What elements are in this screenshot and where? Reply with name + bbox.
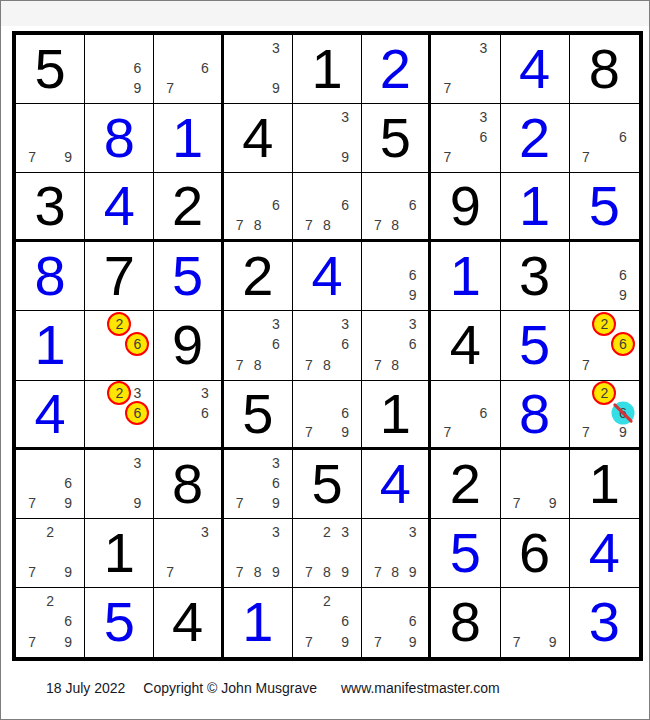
- given-digit: 2: [154, 173, 220, 239]
- candidate-6-circled: 6: [614, 334, 632, 354]
- cell-r5c3[interactable]: 9: [154, 311, 223, 380]
- candidate-slot-8: [387, 285, 404, 305]
- candidate-slot-3: [404, 176, 421, 195]
- cell-r3c3[interactable]: 2: [154, 173, 223, 242]
- candidate-slot-3: [59, 107, 77, 127]
- solved-digit: 4: [570, 519, 639, 587]
- candidate-slot-8: [41, 147, 59, 167]
- candidate-slot-1: [369, 176, 386, 195]
- cell-r7c8[interactable]: 79: [501, 450, 570, 519]
- cell-r4c4[interactable]: 2: [224, 242, 293, 311]
- candidate-8: 8: [387, 215, 404, 234]
- given-digit: 6: [501, 519, 569, 587]
- cell-r1c1[interactable]: 5: [16, 35, 85, 104]
- cell-r1c5[interactable]: 1: [293, 35, 362, 104]
- candidate-slot-3: [267, 176, 285, 195]
- candidate-slot-2: [526, 453, 544, 473]
- candidate-9: 9: [614, 422, 632, 441]
- given-digit: 8: [570, 35, 639, 103]
- candidate-7: 7: [300, 562, 318, 582]
- candidate-grid: 79: [16, 104, 84, 172]
- solved-digit: 1: [224, 588, 292, 657]
- candidate-slot-3: [336, 591, 354, 611]
- candidate-grid: 67: [431, 381, 499, 447]
- candidate-slot-9: [196, 422, 213, 441]
- candidate-slot-1: [508, 453, 526, 473]
- candidate-slot-3: [59, 453, 77, 473]
- candidate-slot-8: [110, 493, 128, 513]
- candidate-9: 9: [404, 285, 421, 305]
- candidate-slot-4: [369, 542, 386, 562]
- candidate-slot-1: [231, 176, 249, 195]
- candidate-6: 6: [267, 334, 285, 354]
- candidate-slot-9: [267, 215, 285, 234]
- cell-r6c8[interactable]: 8: [501, 381, 570, 450]
- cell-r6c5[interactable]: 679: [293, 381, 362, 450]
- candidate-slot-1: [23, 107, 41, 127]
- cell-r7c6[interactable]: 4: [362, 450, 431, 519]
- candidate-slot-7: [300, 147, 318, 167]
- candidate-3: 3: [128, 453, 146, 473]
- candidate-slot-6: [59, 542, 77, 562]
- candidate-slot-2: [41, 453, 59, 473]
- candidate-slot-5: [41, 127, 59, 147]
- candidate-3: 3: [336, 522, 354, 542]
- cell-r7c2[interactable]: 39: [85, 450, 154, 519]
- candidate-slot-4: [92, 473, 110, 493]
- footer-copyright: Copyright © John Musgrave: [143, 680, 317, 696]
- solved-digit: 1: [154, 104, 220, 172]
- candidate-slot-4: [92, 403, 110, 422]
- candidate-2: 2: [41, 522, 59, 542]
- candidate-9: 9: [267, 493, 285, 513]
- candidate-grid: 678: [293, 173, 361, 239]
- cell-r4c2[interactable]: 7: [85, 242, 154, 311]
- cell-r5c2[interactable]: 26: [85, 311, 154, 380]
- candidate-7: 7: [369, 562, 386, 582]
- candidate-slot-6: [336, 127, 354, 147]
- cell-r9c7[interactable]: 8: [431, 588, 500, 657]
- cell-r3c1[interactable]: 3: [16, 173, 85, 242]
- candidate-slot-3: [128, 314, 146, 334]
- solved-digit: 5: [431, 519, 499, 587]
- candidate-8: 8: [249, 215, 267, 234]
- given-digit: 2: [431, 450, 499, 518]
- candidate-slot-4: [508, 611, 526, 631]
- candidate-9: 9: [128, 78, 146, 98]
- candidate-grid: 3679: [224, 450, 292, 518]
- cell-r2c8[interactable]: 2: [501, 104, 570, 173]
- candidate-7: 7: [300, 215, 318, 234]
- cell-r2c5[interactable]: 39: [293, 104, 362, 173]
- candidate-9: 9: [404, 562, 421, 582]
- cell-r1c7[interactable]: 37: [431, 35, 500, 104]
- candidate-slot-4: [231, 58, 249, 78]
- candidate-slot-3: [404, 245, 421, 265]
- cell-r1c8[interactable]: 4: [501, 35, 570, 104]
- given-digit: 5: [224, 381, 292, 447]
- candidate-slot-1: [300, 314, 318, 334]
- cell-r7c9[interactable]: 1: [570, 450, 639, 519]
- candidate-slot-5: [249, 58, 267, 78]
- cell-r8c5[interactable]: 23789: [293, 519, 362, 588]
- candidate-slot-5: [387, 542, 404, 562]
- given-digit: 3: [501, 242, 569, 310]
- candidate-slot-2: [318, 314, 336, 334]
- candidate-slot-5: [387, 196, 404, 215]
- candidate-slot-2: [249, 38, 267, 58]
- candidate-slot-9: [336, 355, 354, 375]
- candidate-slot-4: [438, 58, 456, 78]
- solved-digit: 4: [16, 381, 84, 447]
- candidate-slot-8: [41, 632, 59, 652]
- candidate-6: 6: [196, 58, 213, 78]
- candidate-slot-4: [92, 334, 110, 354]
- cell-r4c1[interactable]: 8: [16, 242, 85, 311]
- given-digit: 5: [16, 35, 84, 103]
- candidate-6: 6: [59, 473, 77, 493]
- cell-r7c1[interactable]: 679: [16, 450, 85, 519]
- cell-r4c5[interactable]: 4: [293, 242, 362, 311]
- cell-r2c3[interactable]: 1: [154, 104, 223, 173]
- cell-r5c8[interactable]: 5: [501, 311, 570, 380]
- candidate-slot-6: [267, 542, 285, 562]
- cell-r2c6[interactable]: 5: [362, 104, 431, 173]
- solved-digit: 5: [154, 242, 220, 310]
- cell-r5c7[interactable]: 4: [431, 311, 500, 380]
- cell-r3c7[interactable]: 9: [431, 173, 500, 242]
- candidate-2: 2: [318, 591, 336, 611]
- candidate-2-circled: 2: [110, 384, 128, 403]
- cell-r6c6[interactable]: 1: [362, 381, 431, 450]
- candidate-slot-5: [179, 403, 196, 422]
- candidate-slot-5: [595, 265, 613, 285]
- candidate-slot-5: [41, 611, 59, 631]
- candidate-8: 8: [318, 355, 336, 375]
- candidate-slot-2: [595, 107, 613, 127]
- candidate-grid: 36: [154, 381, 220, 447]
- candidate-9: 9: [128, 493, 146, 513]
- candidate-slot-1: [508, 591, 526, 611]
- cell-r3c6[interactable]: 678: [362, 173, 431, 242]
- cell-r8c4[interactable]: 3789: [224, 519, 293, 588]
- cell-r7c7[interactable]: 2: [431, 450, 500, 519]
- given-digit: 8: [154, 450, 220, 518]
- candidate-6: 6: [59, 611, 77, 631]
- solved-digit: 5: [85, 588, 153, 657]
- candidate-slot-8: [595, 355, 613, 375]
- cell-r9c8[interactable]: 79: [501, 588, 570, 657]
- candidate-slot-4: [300, 334, 318, 354]
- candidate-7: 7: [231, 215, 249, 234]
- candidate-slot-5: [318, 196, 336, 215]
- candidate-slot-9: [128, 355, 146, 375]
- cell-r5c9[interactable]: 267: [570, 311, 639, 380]
- candidate-7: 7: [23, 147, 41, 167]
- candidate-7: 7: [577, 355, 595, 375]
- cell-r4c9[interactable]: 69: [570, 242, 639, 311]
- candidate-grid: 39: [293, 104, 361, 172]
- candidate-slot-1: [369, 522, 386, 542]
- candidate-2: 2: [41, 591, 59, 611]
- candidate-grid: 3678: [362, 311, 428, 379]
- candidate-slot-5: [456, 127, 474, 147]
- candidate-grid: 3789: [362, 519, 428, 587]
- candidate-slot-7: [92, 355, 110, 375]
- candidate-slot-8: [526, 493, 544, 513]
- candidate-grid: 3789: [224, 519, 292, 587]
- given-digit: 5: [362, 104, 428, 172]
- cell-r6c4[interactable]: 5: [224, 381, 293, 450]
- cell-r9c2[interactable]: 5: [85, 588, 154, 657]
- candidate-slot-5: [318, 127, 336, 147]
- cell-r3c8[interactable]: 1: [501, 173, 570, 242]
- candidate-slot-5: [318, 542, 336, 562]
- candidate-slot-5: [456, 403, 474, 422]
- cell-r1c6[interactable]: 2: [362, 35, 431, 104]
- candidate-slot-2: [456, 38, 474, 58]
- candidate-slot-5: [179, 58, 196, 78]
- candidate-slot-4: [23, 127, 41, 147]
- cell-r3c4[interactable]: 678: [224, 173, 293, 242]
- candidate-slot-3: [474, 384, 492, 403]
- cell-r1c4[interactable]: 39: [224, 35, 293, 104]
- given-digit: 8: [431, 588, 499, 657]
- cell-r2c1[interactable]: 79: [16, 104, 85, 173]
- candidate-slot-3: [336, 176, 354, 195]
- given-digit: 9: [431, 173, 499, 239]
- cell-r1c2[interactable]: 69: [85, 35, 154, 104]
- candidate-2-circled: 2: [595, 384, 613, 403]
- candidate-7: 7: [577, 422, 595, 441]
- candidate-7: 7: [231, 355, 249, 375]
- cell-r9c1[interactable]: 2679: [16, 588, 85, 657]
- cell-r6c2[interactable]: 236: [85, 381, 154, 450]
- candidate-slot-9: [474, 78, 492, 98]
- candidate-slot-4: [508, 473, 526, 493]
- candidate-slot-5: [526, 473, 544, 493]
- candidate-9: 9: [267, 78, 285, 98]
- candidate-grid: 37: [431, 35, 499, 103]
- given-digit: 4: [154, 588, 220, 657]
- cell-r2c9[interactable]: 67: [570, 104, 639, 173]
- candidate-slot-4: [438, 403, 456, 422]
- cell-r5c5[interactable]: 3678: [293, 311, 362, 380]
- candidate-slot-8: [387, 632, 404, 652]
- candidate-9: 9: [544, 493, 562, 513]
- given-digit: 4: [224, 104, 292, 172]
- candidate-slot-5: [595, 127, 613, 147]
- candidate-slot-4: [438, 127, 456, 147]
- candidate-6: 6: [336, 334, 354, 354]
- candidate-7: 7: [438, 78, 456, 98]
- solved-digit: 4: [85, 173, 153, 239]
- candidate-8: 8: [387, 562, 404, 582]
- candidate-slot-2: [41, 107, 59, 127]
- candidate-slot-5: [318, 334, 336, 354]
- candidate-slot-4: [300, 403, 318, 422]
- cell-r2c4[interactable]: 4: [224, 104, 293, 173]
- candidate-slot-1: [438, 107, 456, 127]
- cell-r1c9[interactable]: 8: [570, 35, 639, 104]
- candidate-slot-4: [369, 334, 386, 354]
- candidate-slot-8: [456, 147, 474, 167]
- candidate-slot-2: [110, 38, 128, 58]
- candidate-slot-8: [595, 285, 613, 305]
- candidate-slot-2: [179, 384, 196, 403]
- candidate-7: 7: [577, 147, 595, 167]
- cell-r3c2[interactable]: 4: [85, 173, 154, 242]
- solved-digit: 5: [570, 173, 639, 239]
- candidate-3: 3: [474, 107, 492, 127]
- candidate-6-circled: 6: [128, 403, 146, 422]
- cell-r8c3[interactable]: 37: [154, 519, 223, 588]
- cell-r8c8[interactable]: 6: [501, 519, 570, 588]
- candidate-slot-6: [404, 542, 421, 562]
- cell-r4c6[interactable]: 69: [362, 242, 431, 311]
- given-digit: 1: [570, 450, 639, 518]
- given-digit: 3: [16, 173, 84, 239]
- cell-r2c2[interactable]: 8: [85, 104, 154, 173]
- candidate-9: 9: [336, 632, 354, 652]
- candidate-7: 7: [300, 632, 318, 652]
- candidate-8: 8: [387, 355, 404, 375]
- candidate-slot-6: [544, 473, 562, 493]
- candidate-slot-5: [249, 196, 267, 215]
- solved-digit: 1: [16, 311, 84, 379]
- candidate-slot-5: [456, 58, 474, 78]
- candidate-slot-3: [404, 591, 421, 611]
- candidate-grid: 679: [362, 588, 428, 657]
- candidate-3: 3: [404, 522, 421, 542]
- solved-digit: 3: [570, 588, 639, 657]
- cell-r6c9[interactable]: 2679: [570, 381, 639, 450]
- cell-r6c1[interactable]: 4: [16, 381, 85, 450]
- cell-r9c9[interactable]: 3: [570, 588, 639, 657]
- candidate-3: 3: [267, 314, 285, 334]
- cell-r2c7[interactable]: 367: [431, 104, 500, 173]
- cell-r5c1[interactable]: 1: [16, 311, 85, 380]
- candidate-grid: 367: [431, 104, 499, 172]
- candidate-grid: 39: [224, 35, 292, 103]
- candidate-slot-1: [92, 38, 110, 58]
- candidate-7: 7: [508, 632, 526, 652]
- candidate-slot-4: [577, 265, 595, 285]
- candidate-slot-4: [161, 403, 178, 422]
- candidate-slot-2: [526, 591, 544, 611]
- candidate-slot-8: [41, 493, 59, 513]
- candidate-slot-1: [161, 384, 178, 403]
- candidate-grid: 69: [570, 242, 639, 310]
- candidate-slot-5: [41, 542, 59, 562]
- cell-r8c6[interactable]: 3789: [362, 519, 431, 588]
- candidate-slot-4: [231, 196, 249, 215]
- cell-r9c4[interactable]: 1: [224, 588, 293, 657]
- candidate-grid: 3678: [224, 311, 292, 379]
- candidate-slot-9: [196, 78, 213, 98]
- candidate-slot-4: [231, 334, 249, 354]
- candidate-7: 7: [300, 355, 318, 375]
- cell-r8c9[interactable]: 4: [570, 519, 639, 588]
- candidate-slot-6: [196, 542, 213, 562]
- candidate-grid: 679: [293, 381, 361, 447]
- candidate-slot-4: [369, 611, 386, 631]
- candidate-slot-1: [369, 314, 386, 334]
- solved-digit: 2: [362, 35, 428, 103]
- candidate-slot-6: [544, 611, 562, 631]
- candidate-slot-7: [161, 422, 178, 441]
- cell-r3c9[interactable]: 5: [570, 173, 639, 242]
- cell-r6c7[interactable]: 67: [431, 381, 500, 450]
- cell-r9c5[interactable]: 2679: [293, 588, 362, 657]
- candidate-slot-7: [92, 422, 110, 441]
- candidate-7: 7: [23, 562, 41, 582]
- candidate-6: 6: [336, 196, 354, 215]
- candidate-6: 6: [614, 265, 632, 285]
- solved-digit: 4: [501, 35, 569, 103]
- cell-r7c4[interactable]: 3679: [224, 450, 293, 519]
- cell-r4c7[interactable]: 1: [431, 242, 500, 311]
- candidate-slot-1: [231, 314, 249, 334]
- candidate-slot-7: [92, 493, 110, 513]
- candidate-slot-9: [336, 215, 354, 234]
- cell-r4c3[interactable]: 5: [154, 242, 223, 311]
- candidate-8: 8: [249, 562, 267, 582]
- cell-r8c2[interactable]: 1: [85, 519, 154, 588]
- candidate-slot-4: [300, 127, 318, 147]
- cell-r6c3[interactable]: 36: [154, 381, 223, 450]
- candidate-slot-8: [179, 422, 196, 441]
- given-digit: 7: [85, 242, 153, 310]
- candidate-slot-8: [110, 422, 128, 441]
- candidate-slot-4: [231, 473, 249, 493]
- candidate-slot-7: [92, 78, 110, 98]
- candidate-6: 6: [336, 611, 354, 631]
- page: 5696739123748798143953672673426786786789…: [0, 0, 650, 720]
- cell-r9c3[interactable]: 4: [154, 588, 223, 657]
- given-digit: 4: [431, 311, 499, 379]
- candidate-slot-3: [59, 522, 77, 542]
- candidate-3: 3: [196, 522, 213, 542]
- candidate-6: 6: [336, 403, 354, 422]
- solved-digit: 8: [16, 242, 84, 310]
- cell-r8c7[interactable]: 5: [431, 519, 500, 588]
- solved-digit: 1: [431, 242, 499, 310]
- cell-r5c4[interactable]: 3678: [224, 311, 293, 380]
- candidate-slot-2: [387, 522, 404, 542]
- cell-r3c5[interactable]: 678: [293, 173, 362, 242]
- candidate-7: 7: [231, 562, 249, 582]
- cell-r9c6[interactable]: 679: [362, 588, 431, 657]
- candidate-3: 3: [336, 107, 354, 127]
- cell-r1c3[interactable]: 67: [154, 35, 223, 104]
- cell-r5c6[interactable]: 3678: [362, 311, 431, 380]
- solved-digit: 8: [501, 381, 569, 447]
- candidate-slot-1: [438, 38, 456, 58]
- candidate-slot-3: [336, 384, 354, 403]
- cell-r4c8[interactable]: 3: [501, 242, 570, 311]
- cell-r8c1[interactable]: 279: [16, 519, 85, 588]
- candidate-6: 6: [267, 196, 285, 215]
- cell-r7c3[interactable]: 8: [154, 450, 223, 519]
- candidate-slot-8: [179, 78, 196, 98]
- candidate-7: 7: [161, 78, 178, 98]
- cell-r7c5[interactable]: 5: [293, 450, 362, 519]
- candidate-slot-8: [456, 422, 474, 441]
- candidate-slot-1: [300, 591, 318, 611]
- candidate-slot-1: [23, 453, 41, 473]
- candidate-slot-8: [249, 493, 267, 513]
